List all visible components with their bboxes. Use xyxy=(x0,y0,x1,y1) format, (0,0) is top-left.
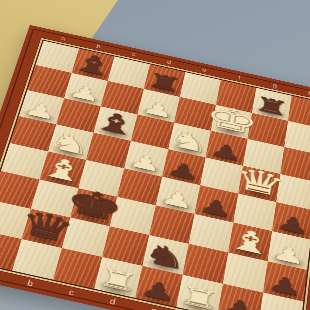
chess-board-3d-scene: ♝♜♜♟♟♚♟♝♞♟♞♟♟♛♝♟♟♟♚♝♟♛♞♟♜♟♜♟ abcdefgh ab… xyxy=(0,25,310,310)
coordinate-label-1: 1 xyxy=(302,302,310,310)
chess-board-squares: ♝♜♜♟♟♚♟♝♞♟♞♟♟♛♝♟♟♟♚♝♟♛♞♟♜♟♜♟ xyxy=(0,41,310,310)
coordinate-label-2: 2 xyxy=(306,271,310,306)
chess-board: ♝♜♜♟♟♚♟♝♞♟♞♟♟♛♝♟♟♟♚♝♟♛♞♟♜♟♜♟ abcdefgh ab… xyxy=(0,25,310,310)
